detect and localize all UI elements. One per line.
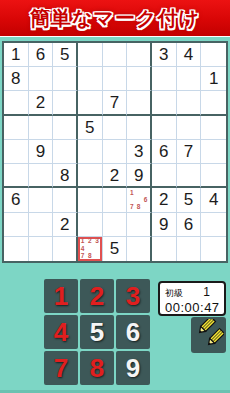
cell-digit: 1: [209, 70, 218, 87]
cell-r4c6[interactable]: [127, 116, 152, 140]
cell-r6c5[interactable]: 2: [103, 164, 128, 188]
cell-r7c5[interactable]: [103, 188, 128, 212]
cell-digit: 6: [184, 216, 193, 233]
cell-r5c2[interactable]: 9: [29, 140, 54, 164]
cell-r3c2[interactable]: 2: [29, 91, 54, 115]
cell-digit: 8: [11, 70, 20, 87]
cell-r4c5[interactable]: [103, 116, 128, 140]
cell-r5c8[interactable]: 7: [177, 140, 202, 164]
cell-r1c1[interactable]: 1: [4, 43, 29, 67]
cell-r6c9[interactable]: [201, 164, 226, 188]
cell-r8c9[interactable]: [201, 213, 226, 237]
cell-r1c5[interactable]: [103, 43, 128, 67]
cell-r7c7[interactable]: 2: [152, 188, 177, 212]
cell-r5c4[interactable]: [78, 140, 103, 164]
cell-r4c9[interactable]: [201, 116, 226, 140]
cell-r3c5[interactable]: 7: [103, 91, 128, 115]
cell-digit: 8: [60, 167, 69, 184]
cell-r4c2[interactable]: [29, 116, 54, 140]
cell-r9c4[interactable]: 123478: [78, 237, 103, 261]
cell-r8c2[interactable]: [29, 213, 54, 237]
cell-digit: 4: [209, 191, 218, 208]
cell-r6c6[interactable]: 9: [127, 164, 152, 188]
cell-r9c2[interactable]: [29, 237, 54, 261]
cell-r1c8[interactable]: 4: [177, 43, 202, 67]
sudoku-app: 簡単なマーク付け 1653481275936782961678254296123…: [0, 0, 230, 393]
cell-r8c6[interactable]: [127, 213, 152, 237]
cell-r8c3[interactable]: 2: [53, 213, 78, 237]
cell-r1c4[interactable]: [78, 43, 103, 67]
cell-r7c1[interactable]: 6: [4, 188, 29, 212]
cell-digit: 6: [159, 143, 168, 160]
cell-r4c8[interactable]: [177, 116, 202, 140]
pencil-marks: 1678: [128, 189, 149, 210]
cell-r3c8[interactable]: [177, 91, 202, 115]
cell-digit: 1: [11, 46, 20, 63]
cell-r4c7[interactable]: [152, 116, 177, 140]
cell-r7c3[interactable]: [53, 188, 78, 212]
numpad-key-4[interactable]: 4: [44, 315, 78, 349]
cell-r2c6[interactable]: [127, 67, 152, 91]
cell-digit: 7: [110, 94, 119, 111]
cell-r5c9[interactable]: [201, 140, 226, 164]
cell-digit: 2: [159, 191, 168, 208]
cell-digit: 4: [184, 46, 193, 63]
cell-r8c1[interactable]: [4, 213, 29, 237]
numpad-key-2[interactable]: 2: [80, 279, 114, 313]
cell-r8c7[interactable]: 9: [152, 213, 177, 237]
cell-r7c9[interactable]: 4: [201, 188, 226, 212]
cell-digit: 7: [184, 143, 193, 160]
cell-digit: 3: [159, 46, 168, 63]
numpad-key-5[interactable]: 5: [80, 315, 114, 349]
cell-r2c2[interactable]: [29, 67, 54, 91]
cell-r7c8[interactable]: 5: [177, 188, 202, 212]
cell-r9c9[interactable]: [201, 237, 226, 261]
cell-r2c4[interactable]: [78, 67, 103, 91]
cell-digit: 9: [134, 167, 143, 184]
cell-digit: 5: [184, 191, 193, 208]
cell-digit: 3: [134, 143, 143, 160]
cell-r3c6[interactable]: [127, 91, 152, 115]
numpad-key-6[interactable]: 6: [116, 315, 150, 349]
cell-r6c3[interactable]: 8: [53, 164, 78, 188]
cell-r9c7[interactable]: [152, 237, 177, 261]
timer: 00:00:47: [165, 300, 219, 315]
cell-r4c3[interactable]: [53, 116, 78, 140]
cell-r9c8[interactable]: [177, 237, 202, 261]
cell-r9c6[interactable]: [127, 237, 152, 261]
cell-r3c3[interactable]: [53, 91, 78, 115]
cell-r4c4[interactable]: 5: [78, 116, 103, 140]
numpad-key-1[interactable]: 1: [44, 279, 78, 313]
cell-digit: 5: [110, 240, 119, 257]
cell-digit: 5: [85, 119, 94, 136]
cell-digit: 2: [60, 216, 69, 233]
cell-r6c8[interactable]: [177, 164, 202, 188]
cell-r2c8[interactable]: [177, 67, 202, 91]
cell-r5c3[interactable]: [53, 140, 78, 164]
cell-digit: 9: [36, 143, 45, 160]
pencil-marks: 123478: [79, 238, 101, 260]
numpad-key-8[interactable]: 8: [80, 351, 114, 385]
cell-r2c3[interactable]: [53, 67, 78, 91]
cell-r1c3[interactable]: 5: [53, 43, 78, 67]
title-bar: 簡単なマーク付け: [0, 0, 230, 37]
cell-digit: 6: [11, 191, 20, 208]
cell-r3c7[interactable]: [152, 91, 177, 115]
cell-r2c1[interactable]: 8: [4, 67, 29, 91]
cell-r1c9[interactable]: [201, 43, 226, 67]
cell-r3c4[interactable]: [78, 91, 103, 115]
cell-r4c1[interactable]: [4, 116, 29, 140]
cell-r1c6[interactable]: [127, 43, 152, 67]
cell-r9c3[interactable]: [53, 237, 78, 261]
cell-digit: 2: [110, 167, 119, 184]
cell-r5c7[interactable]: 6: [152, 140, 177, 164]
marking-mode-button[interactable]: [191, 317, 226, 353]
level-label: 初級: [165, 287, 183, 300]
cell-digit: 2: [36, 94, 45, 111]
status-row: 初級 1: [165, 285, 219, 300]
cell-r9c5[interactable]: 5: [103, 237, 128, 261]
cell-r5c5[interactable]: [103, 140, 128, 164]
number-pad: 123456789: [44, 279, 150, 385]
cell-r6c2[interactable]: [29, 164, 54, 188]
cell-r2c5[interactable]: [103, 67, 128, 91]
cell-digit: 6: [36, 46, 45, 63]
puzzle-number: 1: [203, 285, 210, 299]
cell-r2c7[interactable]: [152, 67, 177, 91]
cell-r1c2[interactable]: 6: [29, 43, 54, 67]
cell-r3c9[interactable]: [201, 91, 226, 115]
cell-r7c6[interactable]: 1678: [127, 188, 152, 212]
cell-r9c1[interactable]: [4, 237, 29, 261]
cell-r7c4[interactable]: [78, 188, 103, 212]
sudoku-board: 16534812759367829616782542961234785: [2, 41, 228, 263]
cell-r5c6[interactable]: 3: [127, 140, 152, 164]
cell-r8c4[interactable]: [78, 213, 103, 237]
cell-r5c1[interactable]: [4, 140, 29, 164]
cell-r2c9[interactable]: 1: [201, 67, 226, 91]
cell-r6c4[interactable]: [78, 164, 103, 188]
numpad-key-9[interactable]: 9: [116, 351, 150, 385]
cell-r8c8[interactable]: 6: [177, 213, 202, 237]
cell-digit: 9: [159, 216, 168, 233]
cell-r1c7[interactable]: 3: [152, 43, 177, 67]
numpad-key-7[interactable]: 7: [44, 351, 78, 385]
cell-r8c5[interactable]: [103, 213, 128, 237]
status-box: 初級 1 00:00:47: [158, 281, 226, 316]
cell-digit: 5: [60, 46, 69, 63]
cell-r3c1[interactable]: [4, 91, 29, 115]
app-title: 簡単なマーク付け: [30, 5, 200, 32]
numpad-key-3[interactable]: 3: [116, 279, 150, 313]
double-pencil-icon: [193, 319, 224, 351]
cell-r6c7[interactable]: [152, 164, 177, 188]
cell-r6c1[interactable]: [4, 164, 29, 188]
cell-r7c2[interactable]: [29, 188, 54, 212]
